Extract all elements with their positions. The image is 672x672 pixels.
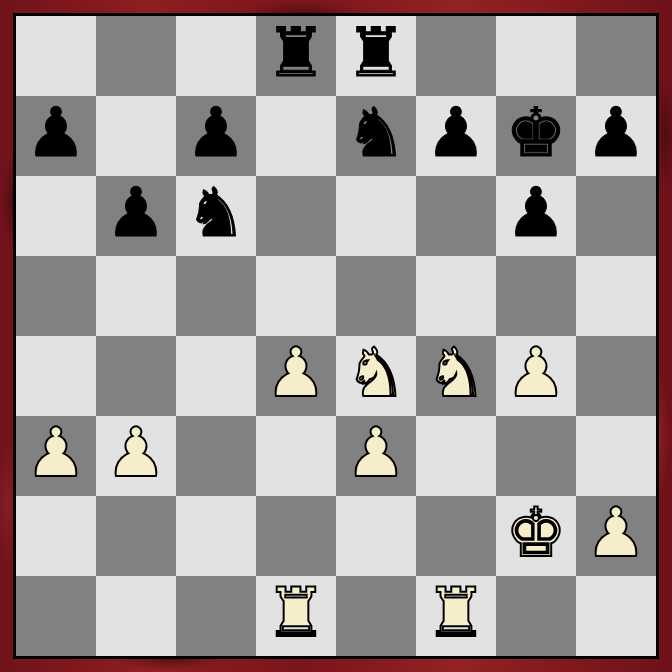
square-a1[interactable] bbox=[16, 576, 96, 656]
square-h6[interactable] bbox=[576, 176, 656, 256]
square-b6[interactable]: ♟ bbox=[96, 176, 176, 256]
square-b2[interactable] bbox=[96, 496, 176, 576]
white-pawn-b3[interactable]: ♟ bbox=[106, 416, 167, 493]
square-b7[interactable] bbox=[96, 96, 176, 176]
square-e5[interactable] bbox=[336, 256, 416, 336]
square-h5[interactable] bbox=[576, 256, 656, 336]
white-pawn-a3[interactable]: ♟ bbox=[26, 416, 87, 493]
white-pawn-g4[interactable]: ♟ bbox=[506, 336, 567, 413]
black-pawn-a7[interactable]: ♟ bbox=[26, 96, 87, 173]
square-d1[interactable]: ♜ bbox=[256, 576, 336, 656]
square-g7[interactable]: ♚ bbox=[496, 96, 576, 176]
square-f7[interactable]: ♟ bbox=[416, 96, 496, 176]
square-h3[interactable] bbox=[576, 416, 656, 496]
square-h8[interactable] bbox=[576, 16, 656, 96]
square-h2[interactable]: ♟ bbox=[576, 496, 656, 576]
square-d6[interactable] bbox=[256, 176, 336, 256]
white-knight-f4[interactable]: ♞ bbox=[426, 336, 487, 413]
square-f6[interactable] bbox=[416, 176, 496, 256]
square-c6[interactable]: ♞ bbox=[176, 176, 256, 256]
square-c1[interactable] bbox=[176, 576, 256, 656]
black-king-g7[interactable]: ♚ bbox=[506, 96, 567, 173]
square-d4[interactable]: ♟ bbox=[256, 336, 336, 416]
black-pawn-f7[interactable]: ♟ bbox=[426, 96, 487, 173]
square-d2[interactable] bbox=[256, 496, 336, 576]
black-knight-c6[interactable]: ♞ bbox=[186, 176, 247, 253]
white-pawn-e3[interactable]: ♟ bbox=[346, 416, 407, 493]
square-f4[interactable]: ♞ bbox=[416, 336, 496, 416]
square-d7[interactable] bbox=[256, 96, 336, 176]
square-h4[interactable] bbox=[576, 336, 656, 416]
square-b1[interactable] bbox=[96, 576, 176, 656]
square-f5[interactable] bbox=[416, 256, 496, 336]
square-f1[interactable]: ♜ bbox=[416, 576, 496, 656]
square-b3[interactable]: ♟ bbox=[96, 416, 176, 496]
square-a7[interactable]: ♟ bbox=[16, 96, 96, 176]
square-a5[interactable] bbox=[16, 256, 96, 336]
square-e4[interactable]: ♞ bbox=[336, 336, 416, 416]
square-a8[interactable] bbox=[16, 16, 96, 96]
chessboard-frame: ♜♜♟♟♞♟♚♟♟♞♟♟♞♞♟♟♟♟♚♟♜♜ bbox=[0, 0, 672, 672]
square-g3[interactable] bbox=[496, 416, 576, 496]
square-h7[interactable]: ♟ bbox=[576, 96, 656, 176]
square-g4[interactable]: ♟ bbox=[496, 336, 576, 416]
black-knight-e7[interactable]: ♞ bbox=[346, 96, 407, 173]
white-king-g2[interactable]: ♚ bbox=[506, 496, 567, 573]
black-pawn-b6[interactable]: ♟ bbox=[106, 176, 167, 253]
black-pawn-g6[interactable]: ♟ bbox=[506, 176, 567, 253]
square-d3[interactable] bbox=[256, 416, 336, 496]
white-rook-f1[interactable]: ♜ bbox=[426, 576, 487, 653]
black-rook-e8[interactable]: ♜ bbox=[346, 16, 407, 93]
square-g5[interactable] bbox=[496, 256, 576, 336]
square-b8[interactable] bbox=[96, 16, 176, 96]
square-d5[interactable] bbox=[256, 256, 336, 336]
square-a2[interactable] bbox=[16, 496, 96, 576]
square-d8[interactable]: ♜ bbox=[256, 16, 336, 96]
square-f2[interactable] bbox=[416, 496, 496, 576]
square-g1[interactable] bbox=[496, 576, 576, 656]
square-c8[interactable] bbox=[176, 16, 256, 96]
square-c4[interactable] bbox=[176, 336, 256, 416]
square-e6[interactable] bbox=[336, 176, 416, 256]
square-f3[interactable] bbox=[416, 416, 496, 496]
square-e7[interactable]: ♞ bbox=[336, 96, 416, 176]
white-pawn-d4[interactable]: ♟ bbox=[266, 336, 327, 413]
white-pawn-h2[interactable]: ♟ bbox=[586, 496, 647, 573]
black-rook-d8[interactable]: ♜ bbox=[266, 16, 327, 93]
square-g8[interactable] bbox=[496, 16, 576, 96]
square-g6[interactable]: ♟ bbox=[496, 176, 576, 256]
square-f8[interactable] bbox=[416, 16, 496, 96]
square-g2[interactable]: ♚ bbox=[496, 496, 576, 576]
square-b4[interactable] bbox=[96, 336, 176, 416]
white-knight-e4[interactable]: ♞ bbox=[346, 336, 407, 413]
square-e8[interactable]: ♜ bbox=[336, 16, 416, 96]
square-h1[interactable] bbox=[576, 576, 656, 656]
square-b5[interactable] bbox=[96, 256, 176, 336]
square-a3[interactable]: ♟ bbox=[16, 416, 96, 496]
square-c7[interactable]: ♟ bbox=[176, 96, 256, 176]
chessboard: ♜♜♟♟♞♟♚♟♟♞♟♟♞♞♟♟♟♟♚♟♜♜ bbox=[13, 13, 659, 659]
white-rook-d1[interactable]: ♜ bbox=[266, 576, 327, 653]
square-e2[interactable] bbox=[336, 496, 416, 576]
square-c3[interactable] bbox=[176, 416, 256, 496]
square-c5[interactable] bbox=[176, 256, 256, 336]
black-pawn-c7[interactable]: ♟ bbox=[186, 96, 247, 173]
square-a4[interactable] bbox=[16, 336, 96, 416]
square-c2[interactable] bbox=[176, 496, 256, 576]
square-e1[interactable] bbox=[336, 576, 416, 656]
black-pawn-h7[interactable]: ♟ bbox=[586, 96, 647, 173]
square-a6[interactable] bbox=[16, 176, 96, 256]
square-e3[interactable]: ♟ bbox=[336, 416, 416, 496]
